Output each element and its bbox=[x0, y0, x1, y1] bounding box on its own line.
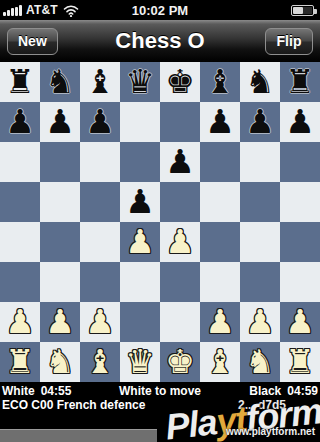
square-a2[interactable]: ♟ bbox=[0, 302, 40, 342]
square-e8[interactable]: ♚ bbox=[160, 62, 200, 102]
square-c3[interactable] bbox=[80, 262, 120, 302]
square-c8[interactable]: ♝ bbox=[80, 62, 120, 102]
square-b4[interactable] bbox=[40, 222, 80, 262]
square-d2[interactable] bbox=[120, 302, 160, 342]
square-h2[interactable]: ♟ bbox=[280, 302, 320, 342]
square-h1[interactable]: ♜ bbox=[280, 342, 320, 382]
black-pawn: ♟ bbox=[280, 102, 320, 142]
white-queen: ♛ bbox=[120, 342, 160, 382]
black-knight: ♞ bbox=[40, 62, 80, 102]
square-c7[interactable]: ♟ bbox=[80, 102, 120, 142]
square-c2[interactable]: ♟ bbox=[80, 302, 120, 342]
new-game-button[interactable]: New bbox=[7, 28, 58, 55]
square-b1[interactable]: ♞ bbox=[40, 342, 80, 382]
game-info-panel: White04:55 White to move Black04:59 ECO … bbox=[0, 382, 320, 442]
status-bar: AT&T 10:02 PM bbox=[0, 0, 320, 20]
square-g8[interactable]: ♞ bbox=[240, 62, 280, 102]
white-pawn: ♟ bbox=[240, 302, 280, 342]
square-a7[interactable]: ♟ bbox=[0, 102, 40, 142]
square-b7[interactable]: ♟ bbox=[40, 102, 80, 142]
square-e7[interactable] bbox=[160, 102, 200, 142]
square-f8[interactable]: ♝ bbox=[200, 62, 240, 102]
white-rook: ♜ bbox=[0, 342, 40, 382]
black-bishop: ♝ bbox=[200, 62, 240, 102]
white-knight: ♞ bbox=[240, 342, 280, 382]
eco-opening-label: ECO C00 French defence bbox=[2, 398, 145, 412]
square-h3[interactable] bbox=[280, 262, 320, 302]
square-b6[interactable] bbox=[40, 142, 80, 182]
navigation-bar: New Chess O Flip bbox=[0, 20, 320, 62]
square-g6[interactable] bbox=[240, 142, 280, 182]
square-f5[interactable] bbox=[200, 182, 240, 222]
square-c6[interactable] bbox=[80, 142, 120, 182]
square-d3[interactable] bbox=[120, 262, 160, 302]
square-g4[interactable] bbox=[240, 222, 280, 262]
square-a5[interactable] bbox=[0, 182, 40, 222]
white-pawn: ♟ bbox=[40, 302, 80, 342]
status-time: 10:02 PM bbox=[0, 3, 320, 18]
white-knight: ♞ bbox=[40, 342, 80, 382]
app-title: Chess O bbox=[70, 28, 250, 54]
square-b2[interactable]: ♟ bbox=[40, 302, 80, 342]
square-d8[interactable]: ♛ bbox=[120, 62, 160, 102]
black-knight: ♞ bbox=[240, 62, 280, 102]
white-king: ♚ bbox=[160, 342, 200, 382]
square-a1[interactable]: ♜ bbox=[0, 342, 40, 382]
white-bishop: ♝ bbox=[200, 342, 240, 382]
white-pawn: ♟ bbox=[80, 302, 120, 342]
black-king: ♚ bbox=[160, 62, 200, 102]
bottom-gray-bar bbox=[0, 429, 157, 442]
square-d1[interactable]: ♛ bbox=[120, 342, 160, 382]
black-rook: ♜ bbox=[280, 62, 320, 102]
square-h4[interactable] bbox=[280, 222, 320, 262]
square-b8[interactable]: ♞ bbox=[40, 62, 80, 102]
square-c1[interactable]: ♝ bbox=[80, 342, 120, 382]
black-pawn: ♟ bbox=[120, 182, 160, 222]
square-g2[interactable]: ♟ bbox=[240, 302, 280, 342]
square-f4[interactable] bbox=[200, 222, 240, 262]
black-rook: ♜ bbox=[0, 62, 40, 102]
square-e3[interactable] bbox=[160, 262, 200, 302]
square-a4[interactable] bbox=[0, 222, 40, 262]
black-pawn: ♟ bbox=[80, 102, 120, 142]
square-d5[interactable]: ♟ bbox=[120, 182, 160, 222]
square-h6[interactable] bbox=[280, 142, 320, 182]
square-h8[interactable]: ♜ bbox=[280, 62, 320, 102]
black-pawn: ♟ bbox=[0, 102, 40, 142]
square-e6[interactable]: ♟ bbox=[160, 142, 200, 182]
square-a8[interactable]: ♜ bbox=[0, 62, 40, 102]
white-pawn: ♟ bbox=[0, 302, 40, 342]
square-f7[interactable]: ♟ bbox=[200, 102, 240, 142]
square-d6[interactable] bbox=[120, 142, 160, 182]
square-c4[interactable] bbox=[80, 222, 120, 262]
white-pawn: ♟ bbox=[200, 302, 240, 342]
square-g3[interactable] bbox=[240, 262, 280, 302]
square-g1[interactable]: ♞ bbox=[240, 342, 280, 382]
square-g7[interactable]: ♟ bbox=[240, 102, 280, 142]
square-c5[interactable] bbox=[80, 182, 120, 222]
square-a3[interactable] bbox=[0, 262, 40, 302]
white-rook: ♜ bbox=[280, 342, 320, 382]
black-pawn: ♟ bbox=[200, 102, 240, 142]
square-h5[interactable] bbox=[280, 182, 320, 222]
black-pawn: ♟ bbox=[160, 142, 200, 182]
square-e5[interactable] bbox=[160, 182, 200, 222]
square-h7[interactable]: ♟ bbox=[280, 102, 320, 142]
white-pawn: ♟ bbox=[280, 302, 320, 342]
black-bishop: ♝ bbox=[80, 62, 120, 102]
square-e4[interactable]: ♟ bbox=[160, 222, 200, 262]
square-f1[interactable]: ♝ bbox=[200, 342, 240, 382]
white-pawn: ♟ bbox=[160, 222, 200, 262]
black-pawn: ♟ bbox=[40, 102, 80, 142]
square-f3[interactable] bbox=[200, 262, 240, 302]
white-bishop: ♝ bbox=[80, 342, 120, 382]
flip-board-button[interactable]: Flip bbox=[265, 28, 313, 55]
square-a6[interactable] bbox=[0, 142, 40, 182]
iphone-screen: AT&T 10:02 PM New Chess O Flip ♜♞♝♛♚♝♞♜♟… bbox=[0, 0, 320, 442]
square-d7[interactable] bbox=[120, 102, 160, 142]
square-f6[interactable] bbox=[200, 142, 240, 182]
square-b3[interactable] bbox=[40, 262, 80, 302]
square-e2[interactable] bbox=[160, 302, 200, 342]
playtform-url: www.playtform.net bbox=[226, 426, 315, 437]
square-f2[interactable]: ♟ bbox=[200, 302, 240, 342]
chess-board: ♜♞♝♛♚♝♞♜♟♟♟♟♟♟♟♟♟♟♟♟♟♟♟♟♜♞♝♛♚♝♞♜ bbox=[0, 62, 320, 382]
square-d4[interactable]: ♟ bbox=[120, 222, 160, 262]
black-queen: ♛ bbox=[120, 62, 160, 102]
black-pawn: ♟ bbox=[240, 102, 280, 142]
battery-icon bbox=[291, 5, 314, 16]
square-b5[interactable] bbox=[40, 182, 80, 222]
white-pawn: ♟ bbox=[120, 222, 160, 262]
square-e1[interactable]: ♚ bbox=[160, 342, 200, 382]
square-g5[interactable] bbox=[240, 182, 280, 222]
